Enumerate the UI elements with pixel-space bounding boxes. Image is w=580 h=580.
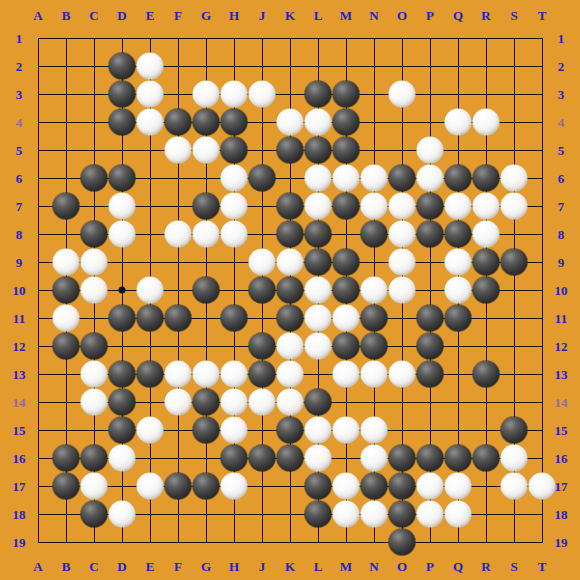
stone-white-G3 (193, 81, 220, 108)
stone-white-M6 (333, 165, 360, 192)
stone-black-M9 (333, 249, 360, 276)
stone-black-R9 (473, 249, 500, 276)
column-label-bottom-L: L (314, 560, 323, 573)
stone-black-R16 (473, 445, 500, 472)
stone-black-O19 (389, 529, 416, 556)
row-label-left-7: 7 (16, 200, 23, 213)
stone-white-N10 (361, 277, 388, 304)
stone-black-Q16 (445, 445, 472, 472)
row-label-left-12: 12 (13, 340, 26, 353)
stone-white-N6 (361, 165, 388, 192)
column-label-bottom-K: K (285, 560, 295, 573)
stone-black-J6 (249, 165, 276, 192)
stone-white-O9 (389, 249, 416, 276)
row-label-left-15: 15 (13, 424, 26, 437)
stone-black-K10 (277, 277, 304, 304)
stone-white-D8 (109, 221, 136, 248)
row-label-right-15: 15 (555, 424, 568, 437)
stone-white-F14 (165, 389, 192, 416)
column-label-bottom-D: D (117, 560, 126, 573)
stone-black-B7 (53, 193, 80, 220)
row-label-left-5: 5 (16, 144, 23, 157)
row-label-left-14: 14 (13, 396, 26, 409)
row-label-left-2: 2 (16, 60, 23, 73)
row-label-left-9: 9 (16, 256, 23, 269)
stone-black-J12 (249, 333, 276, 360)
stone-black-B16 (53, 445, 80, 472)
stone-white-C13 (81, 361, 108, 388)
column-label-top-A: A (33, 9, 42, 22)
stone-black-F4 (165, 109, 192, 136)
row-label-right-11: 11 (555, 312, 567, 325)
star-point-D10 (119, 287, 126, 294)
stone-white-S6 (501, 165, 528, 192)
stone-black-P12 (417, 333, 444, 360)
column-label-bottom-O: O (397, 560, 407, 573)
column-label-top-M: M (340, 9, 352, 22)
stone-black-N8 (361, 221, 388, 248)
stone-black-G4 (193, 109, 220, 136)
stone-black-H11 (221, 305, 248, 332)
row-label-right-12: 12 (555, 340, 568, 353)
stone-white-L15 (305, 417, 332, 444)
stone-black-M7 (333, 193, 360, 220)
stone-black-R13 (473, 361, 500, 388)
stone-white-S7 (501, 193, 528, 220)
stone-white-T17 (529, 473, 556, 500)
stone-black-D4 (109, 109, 136, 136)
column-label-top-B: B (62, 9, 71, 22)
stone-white-M15 (333, 417, 360, 444)
stone-black-M5 (333, 137, 360, 164)
stone-white-H13 (221, 361, 248, 388)
stone-black-K5 (277, 137, 304, 164)
stone-white-O7 (389, 193, 416, 220)
row-label-left-6: 6 (16, 172, 23, 185)
stone-white-M18 (333, 501, 360, 528)
stone-white-D16 (109, 445, 136, 472)
stone-black-O6 (389, 165, 416, 192)
stone-black-C18 (81, 501, 108, 528)
stone-white-K4 (277, 109, 304, 136)
row-label-right-9: 9 (558, 256, 565, 269)
stone-white-C14 (81, 389, 108, 416)
stone-black-D6 (109, 165, 136, 192)
column-label-bottom-A: A (33, 560, 42, 573)
stone-black-M10 (333, 277, 360, 304)
stone-black-D3 (109, 81, 136, 108)
stone-white-E15 (137, 417, 164, 444)
stone-black-G7 (193, 193, 220, 220)
stone-black-E11 (137, 305, 164, 332)
stone-white-L11 (305, 305, 332, 332)
column-label-top-P: P (426, 9, 434, 22)
row-label-right-5: 5 (558, 144, 565, 157)
row-label-right-17: 17 (555, 480, 568, 493)
column-label-top-T: T (538, 9, 547, 22)
stone-black-D14 (109, 389, 136, 416)
stone-white-N7 (361, 193, 388, 220)
stone-black-D13 (109, 361, 136, 388)
stone-white-L6 (305, 165, 332, 192)
stone-white-J14 (249, 389, 276, 416)
row-label-left-18: 18 (13, 508, 26, 521)
row-label-right-19: 19 (555, 536, 568, 549)
stone-white-C17 (81, 473, 108, 500)
stone-white-N15 (361, 417, 388, 444)
row-label-left-16: 16 (13, 452, 26, 465)
stone-white-L10 (305, 277, 332, 304)
stone-white-D7 (109, 193, 136, 220)
stone-black-L5 (305, 137, 332, 164)
stone-black-P13 (417, 361, 444, 388)
stone-white-H7 (221, 193, 248, 220)
row-label-right-18: 18 (555, 508, 568, 521)
stone-white-Q17 (445, 473, 472, 500)
stone-white-H3 (221, 81, 248, 108)
column-label-bottom-Q: Q (453, 560, 463, 573)
stone-white-E3 (137, 81, 164, 108)
stone-black-C8 (81, 221, 108, 248)
stone-white-Q18 (445, 501, 472, 528)
stone-black-D11 (109, 305, 136, 332)
stone-black-L9 (305, 249, 332, 276)
column-label-top-F: F (174, 9, 182, 22)
stone-white-R7 (473, 193, 500, 220)
stone-white-O3 (389, 81, 416, 108)
stone-white-N16 (361, 445, 388, 472)
stone-white-G8 (193, 221, 220, 248)
column-label-bottom-N: N (369, 560, 378, 573)
row-label-left-13: 13 (13, 368, 26, 381)
stone-white-P5 (417, 137, 444, 164)
stone-white-J9 (249, 249, 276, 276)
stone-black-D15 (109, 417, 136, 444)
stone-white-P18 (417, 501, 444, 528)
stone-black-N17 (361, 473, 388, 500)
stone-white-E10 (137, 277, 164, 304)
stone-white-M17 (333, 473, 360, 500)
row-label-left-4: 4 (16, 116, 23, 129)
column-label-top-H: H (229, 9, 239, 22)
row-label-right-3: 3 (558, 88, 565, 101)
stone-black-N11 (361, 305, 388, 332)
stone-white-B9 (53, 249, 80, 276)
stone-black-C12 (81, 333, 108, 360)
stone-black-B10 (53, 277, 80, 304)
row-label-right-16: 16 (555, 452, 568, 465)
stone-black-G17 (193, 473, 220, 500)
stone-black-K15 (277, 417, 304, 444)
column-label-bottom-G: G (201, 560, 211, 573)
stone-white-L12 (305, 333, 332, 360)
row-label-right-1: 1 (558, 32, 565, 45)
row-label-right-10: 10 (555, 284, 568, 297)
stone-white-F5 (165, 137, 192, 164)
stone-white-N18 (361, 501, 388, 528)
row-label-right-14: 14 (555, 396, 568, 409)
go-board[interactable]: AABBCCDDEEFFGGHHJJKKLLMMNNOOPPQQRRSSTT11… (0, 0, 580, 580)
column-label-top-O: O (397, 9, 407, 22)
stone-white-H15 (221, 417, 248, 444)
stone-black-M4 (333, 109, 360, 136)
stone-black-H4 (221, 109, 248, 136)
stone-white-D18 (109, 501, 136, 528)
stone-white-G13 (193, 361, 220, 388)
stone-white-N13 (361, 361, 388, 388)
column-label-bottom-P: P (426, 560, 434, 573)
stone-white-Q7 (445, 193, 472, 220)
column-label-top-G: G (201, 9, 211, 22)
stone-black-L18 (305, 501, 332, 528)
stone-black-P16 (417, 445, 444, 472)
row-label-right-4: 4 (558, 116, 565, 129)
column-label-bottom-B: B (62, 560, 71, 573)
stone-white-J3 (249, 81, 276, 108)
stone-black-L17 (305, 473, 332, 500)
stone-white-R4 (473, 109, 500, 136)
column-label-top-N: N (369, 9, 378, 22)
stone-white-S17 (501, 473, 528, 500)
stone-white-E4 (137, 109, 164, 136)
stone-white-K14 (277, 389, 304, 416)
stone-black-L3 (305, 81, 332, 108)
stone-black-M12 (333, 333, 360, 360)
column-label-bottom-C: C (89, 560, 98, 573)
stone-black-F11 (165, 305, 192, 332)
row-label-left-11: 11 (13, 312, 25, 325)
stone-black-Q11 (445, 305, 472, 332)
stone-black-P8 (417, 221, 444, 248)
stone-black-D2 (109, 53, 136, 80)
stone-black-K8 (277, 221, 304, 248)
stone-white-B11 (53, 305, 80, 332)
stone-black-O18 (389, 501, 416, 528)
column-label-bottom-F: F (174, 560, 182, 573)
column-label-top-K: K (285, 9, 295, 22)
stone-black-G10 (193, 277, 220, 304)
column-label-bottom-T: T (538, 560, 547, 573)
stone-black-J13 (249, 361, 276, 388)
stone-black-L8 (305, 221, 332, 248)
stone-black-P7 (417, 193, 444, 220)
stone-black-R10 (473, 277, 500, 304)
column-label-top-D: D (117, 9, 126, 22)
stone-white-O13 (389, 361, 416, 388)
row-label-left-3: 3 (16, 88, 23, 101)
stone-white-P6 (417, 165, 444, 192)
stone-white-C10 (81, 277, 108, 304)
column-label-bottom-J: J (259, 560, 266, 573)
row-label-right-6: 6 (558, 172, 565, 185)
stone-white-E2 (137, 53, 164, 80)
stone-white-G5 (193, 137, 220, 164)
column-label-top-Q: Q (453, 9, 463, 22)
stone-black-B17 (53, 473, 80, 500)
stone-black-Q8 (445, 221, 472, 248)
stone-black-S15 (501, 417, 528, 444)
stone-black-O17 (389, 473, 416, 500)
column-label-top-C: C (89, 9, 98, 22)
column-label-top-L: L (314, 9, 323, 22)
row-label-left-10: 10 (13, 284, 26, 297)
stone-white-R8 (473, 221, 500, 248)
stone-white-H14 (221, 389, 248, 416)
stone-black-C16 (81, 445, 108, 472)
row-label-left-19: 19 (13, 536, 26, 549)
stone-black-N12 (361, 333, 388, 360)
stone-black-Q6 (445, 165, 472, 192)
stone-black-P11 (417, 305, 444, 332)
stone-white-Q10 (445, 277, 472, 304)
row-label-left-8: 8 (16, 228, 23, 241)
stone-white-K13 (277, 361, 304, 388)
stone-white-M11 (333, 305, 360, 332)
stone-white-O10 (389, 277, 416, 304)
stone-white-M13 (333, 361, 360, 388)
row-label-right-7: 7 (558, 200, 565, 213)
column-label-bottom-H: H (229, 560, 239, 573)
row-label-right-13: 13 (555, 368, 568, 381)
stone-black-S9 (501, 249, 528, 276)
stone-black-H5 (221, 137, 248, 164)
stone-white-E17 (137, 473, 164, 500)
stone-black-M3 (333, 81, 360, 108)
stone-black-H16 (221, 445, 248, 472)
stone-white-H6 (221, 165, 248, 192)
column-label-top-S: S (510, 9, 517, 22)
stone-black-C6 (81, 165, 108, 192)
stone-white-L7 (305, 193, 332, 220)
stone-white-L16 (305, 445, 332, 472)
row-label-left-1: 1 (16, 32, 23, 45)
column-label-bottom-S: S (510, 560, 517, 573)
column-label-top-R: R (481, 9, 490, 22)
stone-black-R6 (473, 165, 500, 192)
row-label-right-2: 2 (558, 60, 565, 73)
row-label-left-17: 17 (13, 480, 26, 493)
stone-black-K11 (277, 305, 304, 332)
column-label-top-E: E (146, 9, 155, 22)
stone-black-J16 (249, 445, 276, 472)
column-label-bottom-R: R (481, 560, 490, 573)
stone-white-C9 (81, 249, 108, 276)
column-label-bottom-M: M (340, 560, 352, 573)
stone-white-O8 (389, 221, 416, 248)
stone-white-H17 (221, 473, 248, 500)
stone-white-Q4 (445, 109, 472, 136)
stone-white-F13 (165, 361, 192, 388)
stone-black-K7 (277, 193, 304, 220)
stone-black-G15 (193, 417, 220, 444)
stone-white-P17 (417, 473, 444, 500)
stone-black-E13 (137, 361, 164, 388)
stone-black-L14 (305, 389, 332, 416)
stone-white-F8 (165, 221, 192, 248)
stone-white-Q9 (445, 249, 472, 276)
column-label-top-J: J (259, 9, 266, 22)
stone-black-J10 (249, 277, 276, 304)
stone-black-G14 (193, 389, 220, 416)
column-label-bottom-E: E (146, 560, 155, 573)
stone-white-H8 (221, 221, 248, 248)
stone-white-L4 (305, 109, 332, 136)
stone-black-F17 (165, 473, 192, 500)
stone-black-K16 (277, 445, 304, 472)
row-label-right-8: 8 (558, 228, 565, 241)
stone-white-S16 (501, 445, 528, 472)
stone-white-K9 (277, 249, 304, 276)
stone-black-O16 (389, 445, 416, 472)
stone-white-K12 (277, 333, 304, 360)
stone-black-B12 (53, 333, 80, 360)
